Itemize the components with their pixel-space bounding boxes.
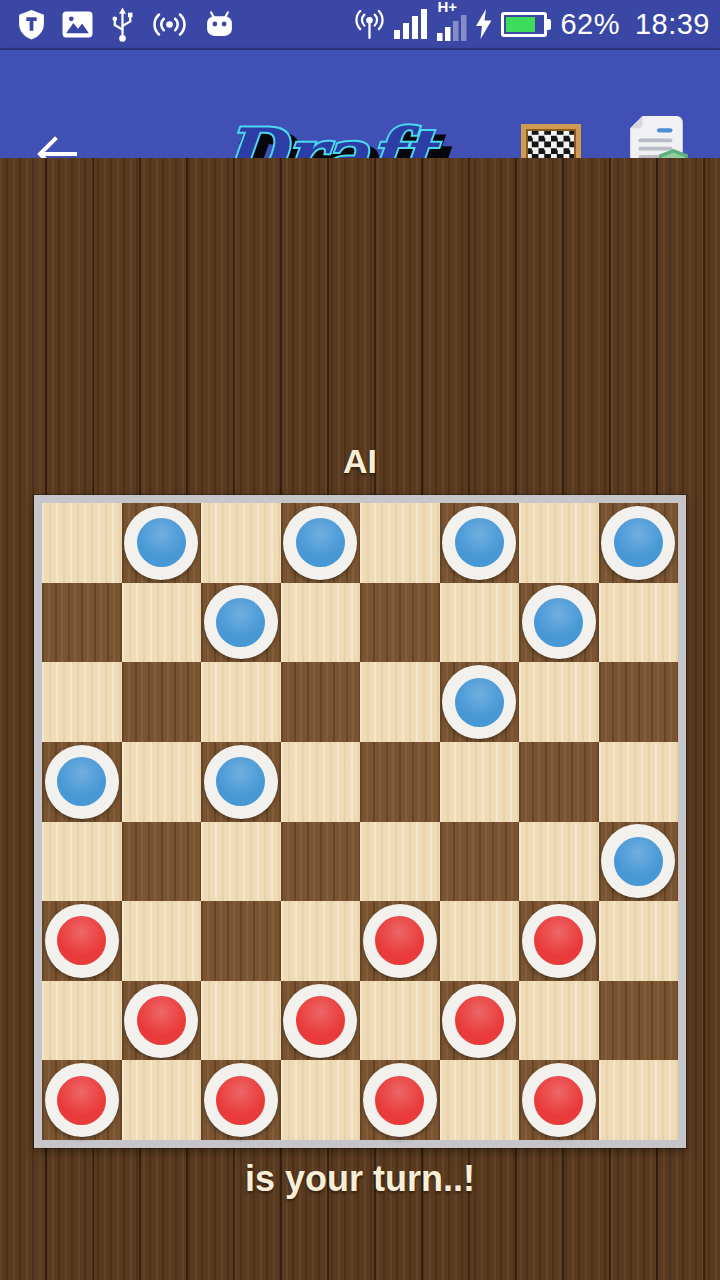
battery-icon bbox=[501, 12, 551, 37]
charging-bolt-icon bbox=[476, 9, 492, 39]
checker-piece-blue[interactable] bbox=[522, 585, 596, 659]
board-square-r1c7[interactable] bbox=[599, 583, 679, 663]
status-bar: H+ 62% 18:39 bbox=[0, 0, 720, 50]
board-square-r4c2[interactable] bbox=[201, 822, 281, 902]
battery-percent: 62% bbox=[560, 8, 620, 41]
checker-piece-blue[interactable] bbox=[442, 665, 516, 739]
board-square-r6c1[interactable] bbox=[122, 981, 202, 1061]
board-square-r7c6[interactable] bbox=[519, 1060, 599, 1140]
hotspot-icon bbox=[152, 12, 187, 37]
piece-inner-disc bbox=[455, 678, 504, 727]
checker-piece-red[interactable] bbox=[522, 1063, 596, 1137]
board-square-r4c4[interactable] bbox=[360, 822, 440, 902]
piece-inner-disc bbox=[57, 757, 106, 806]
piece-inner-disc bbox=[137, 518, 186, 567]
checker-piece-blue[interactable] bbox=[442, 506, 516, 580]
board-square-r5c2[interactable] bbox=[201, 901, 281, 981]
board-square-r2c3[interactable] bbox=[281, 662, 361, 742]
board-square-r0c6[interactable] bbox=[519, 503, 599, 583]
piece-inner-disc bbox=[57, 1076, 106, 1125]
board-square-r6c4[interactable] bbox=[360, 981, 440, 1061]
board-square-r5c5[interactable] bbox=[440, 901, 520, 981]
checker-piece-blue[interactable] bbox=[283, 506, 357, 580]
board-square-r2c1[interactable] bbox=[122, 662, 202, 742]
board-square-r4c0[interactable] bbox=[42, 822, 122, 902]
board-square-r4c5[interactable] bbox=[440, 822, 520, 902]
board-square-r5c4[interactable] bbox=[360, 901, 440, 981]
checker-piece-red[interactable] bbox=[45, 904, 119, 978]
piece-inner-disc bbox=[534, 1076, 583, 1125]
board-square-r1c4[interactable] bbox=[360, 583, 440, 663]
board-square-r2c7[interactable] bbox=[599, 662, 679, 742]
board-square-r5c3[interactable] bbox=[281, 901, 361, 981]
board-square-r0c4[interactable] bbox=[360, 503, 440, 583]
checker-piece-red[interactable] bbox=[204, 1063, 278, 1137]
piece-inner-disc bbox=[455, 518, 504, 567]
board-square-r3c6[interactable] bbox=[519, 742, 599, 822]
board-square-r4c1[interactable] bbox=[122, 822, 202, 902]
board-square-r0c0[interactable] bbox=[42, 503, 122, 583]
board-square-r4c6[interactable] bbox=[519, 822, 599, 902]
checker-piece-blue[interactable] bbox=[204, 585, 278, 659]
piece-inner-disc bbox=[137, 996, 186, 1045]
checker-piece-red[interactable] bbox=[363, 904, 437, 978]
piece-inner-disc bbox=[296, 518, 345, 567]
board-square-r3c1[interactable] bbox=[122, 742, 202, 822]
piece-inner-disc bbox=[216, 757, 265, 806]
board-square-r7c4[interactable] bbox=[360, 1060, 440, 1140]
checker-piece-blue[interactable] bbox=[124, 506, 198, 580]
android-icon bbox=[204, 10, 235, 38]
board-square-r0c2[interactable] bbox=[201, 503, 281, 583]
checker-piece-blue[interactable] bbox=[45, 745, 119, 819]
gallery-icon bbox=[62, 11, 93, 38]
board-square-r3c5[interactable] bbox=[440, 742, 520, 822]
checker-piece-red[interactable] bbox=[442, 984, 516, 1058]
board-square-r7c1[interactable] bbox=[122, 1060, 202, 1140]
signal-full-icon bbox=[394, 9, 428, 39]
piece-inner-disc bbox=[534, 598, 583, 647]
board-square-r5c6[interactable] bbox=[519, 901, 599, 981]
board-square-r1c6[interactable] bbox=[519, 583, 599, 663]
board-square-r2c0[interactable] bbox=[42, 662, 122, 742]
board-square-r2c6[interactable] bbox=[519, 662, 599, 742]
board-square-r7c2[interactable] bbox=[201, 1060, 281, 1140]
portable-hotspot-icon bbox=[354, 9, 385, 40]
board-square-r3c7[interactable] bbox=[599, 742, 679, 822]
checker-piece-red[interactable] bbox=[45, 1063, 119, 1137]
board-square-r4c7[interactable] bbox=[599, 822, 679, 902]
piece-inner-disc bbox=[296, 996, 345, 1045]
board-square-r6c7[interactable] bbox=[599, 981, 679, 1061]
board-square-r6c6[interactable] bbox=[519, 981, 599, 1061]
checker-piece-blue[interactable] bbox=[204, 745, 278, 819]
board-square-r2c2[interactable] bbox=[201, 662, 281, 742]
board-square-r6c2[interactable] bbox=[201, 981, 281, 1061]
board-square-r1c1[interactable] bbox=[122, 583, 202, 663]
network-type-label: H+ bbox=[437, 0, 457, 14]
status-bar-left-icons bbox=[10, 7, 235, 42]
piece-inner-disc bbox=[534, 916, 583, 965]
board-square-r6c5[interactable] bbox=[440, 981, 520, 1061]
piece-inner-disc bbox=[216, 598, 265, 647]
board-square-r3c4[interactable] bbox=[360, 742, 440, 822]
board-square-r0c1[interactable] bbox=[122, 503, 202, 583]
opponent-label: AI bbox=[0, 442, 720, 481]
app-bar: Draft Draft bbox=[0, 50, 720, 158]
piece-inner-disc bbox=[375, 916, 424, 965]
board-square-r0c5[interactable] bbox=[440, 503, 520, 583]
piece-inner-disc bbox=[614, 837, 663, 886]
board-square-r1c0[interactable] bbox=[42, 583, 122, 663]
board-square-r7c5[interactable] bbox=[440, 1060, 520, 1140]
piece-inner-disc bbox=[614, 518, 663, 567]
usb-icon bbox=[110, 7, 135, 42]
checker-piece-blue[interactable] bbox=[601, 824, 675, 898]
board-square-r6c3[interactable] bbox=[281, 981, 361, 1061]
piece-inner-disc bbox=[57, 916, 106, 965]
board-square-r3c2[interactable] bbox=[201, 742, 281, 822]
board-square-r7c7[interactable] bbox=[599, 1060, 679, 1140]
board-square-r1c3[interactable] bbox=[281, 583, 361, 663]
board-square-r2c5[interactable] bbox=[440, 662, 520, 742]
board-square-r0c3[interactable] bbox=[281, 503, 361, 583]
board-square-r7c0[interactable] bbox=[42, 1060, 122, 1140]
checker-piece-red[interactable] bbox=[124, 984, 198, 1058]
shield-t-icon bbox=[18, 9, 45, 40]
checkers-board bbox=[34, 495, 686, 1148]
board-square-r2c4[interactable] bbox=[360, 662, 440, 742]
board-square-r4c3[interactable] bbox=[281, 822, 361, 902]
battery-fill bbox=[506, 17, 535, 32]
signal-hplus-icon: H+ bbox=[437, 3, 467, 45]
android-screen: H+ 62% 18:39 Draft Draft bbox=[0, 0, 720, 1280]
status-bar-right-icons: H+ 62% 18:39 bbox=[354, 3, 710, 45]
board-square-r5c7[interactable] bbox=[599, 901, 679, 981]
piece-inner-disc bbox=[375, 1076, 424, 1125]
checker-piece-blue[interactable] bbox=[601, 506, 675, 580]
checker-piece-red[interactable] bbox=[522, 904, 596, 978]
board-square-r1c5[interactable] bbox=[440, 583, 520, 663]
piece-inner-disc bbox=[455, 996, 504, 1045]
checker-piece-red[interactable] bbox=[283, 984, 357, 1058]
board-square-r3c3[interactable] bbox=[281, 742, 361, 822]
checker-piece-red[interactable] bbox=[363, 1063, 437, 1137]
wood-background: AI is your turn..! bbox=[0, 158, 720, 1280]
board-square-r1c2[interactable] bbox=[201, 583, 281, 663]
clock: 18:39 bbox=[635, 8, 710, 41]
board-square-r3c0[interactable] bbox=[42, 742, 122, 822]
board-square-r7c3[interactable] bbox=[281, 1060, 361, 1140]
board-square-r6c0[interactable] bbox=[42, 981, 122, 1061]
turn-message: is your turn..! bbox=[0, 1158, 720, 1200]
piece-inner-disc bbox=[216, 1076, 265, 1125]
board-square-r5c0[interactable] bbox=[42, 901, 122, 981]
board-square-r0c7[interactable] bbox=[599, 503, 679, 583]
board-square-r5c1[interactable] bbox=[122, 901, 202, 981]
